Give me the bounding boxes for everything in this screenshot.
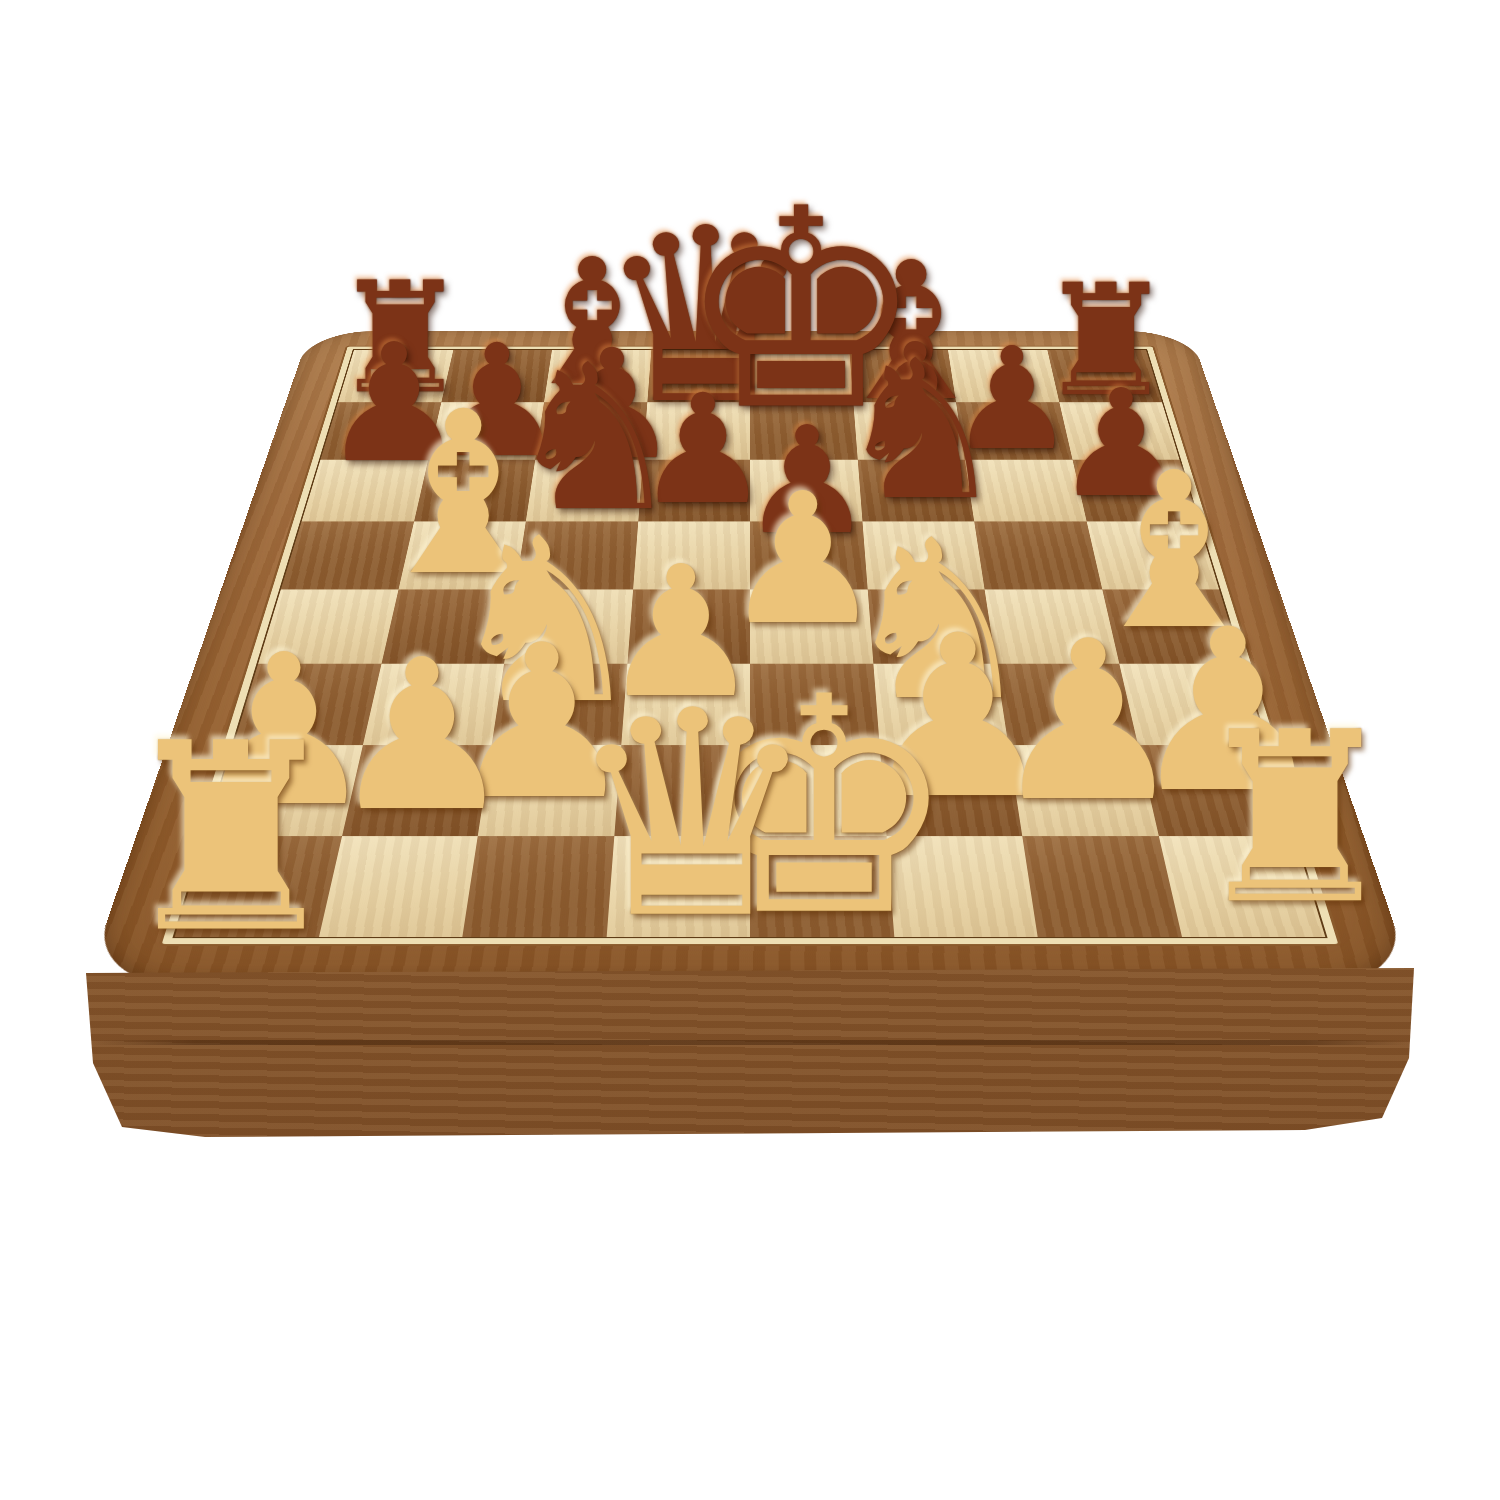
- piece-white-pawn-b2[interactable]: ♟: [329, 632, 515, 840]
- piece-white-rook-a1[interactable]: ♜: [115, 709, 347, 968]
- piece-white-rook-h1[interactable]: ♜: [1190, 701, 1401, 936]
- pieces-layer: ♝♜♜♝♛♚♟♟♟♟♟♟♞♟♞♟♝♟♝♟♞♞♟♟♟♟♟♟♜♚♛♜: [0, 0, 1500, 1500]
- chess-photo-scene: ♝♜♜♝♛♚♟♟♟♟♟♟♞♟♞♟♝♟♝♟♞♞♟♟♟♟♟♟♜♚♛♜: [0, 0, 1500, 1500]
- piece-white-pawn-g2[interactable]: ♟: [989, 612, 1186, 832]
- piece-white-queen-d1[interactable]: ♛: [565, 674, 820, 958]
